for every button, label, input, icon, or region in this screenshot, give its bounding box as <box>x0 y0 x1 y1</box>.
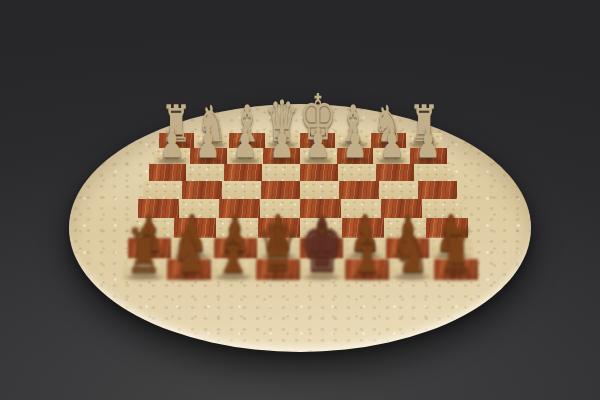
square-r1c5[interactable]: ♟ <box>337 148 374 164</box>
rank-1: ♟♟♟♟♟♟♟♟ <box>154 148 447 164</box>
white-king: ♚ <box>298 89 336 147</box>
square-r4c4[interactable] <box>300 199 341 218</box>
square-r5c0[interactable] <box>133 218 175 238</box>
square-r7c0[interactable]: ♜ <box>122 259 167 280</box>
square-r3c5[interactable] <box>339 181 378 199</box>
square-r4c0[interactable] <box>138 199 179 218</box>
white-knight: ♞ <box>196 101 226 147</box>
square-r1c0[interactable]: ♟ <box>154 148 191 164</box>
board-grid: ♜♞♝♛♚♝♞♜♟♟♟♟♟♟♟♟♟♟♟♟♟♟♟♟♜♞♝♛♚♝♞♜ <box>69 133 531 280</box>
square-r7c6[interactable]: ♞ <box>389 259 434 280</box>
square-r2c3[interactable] <box>262 164 300 181</box>
square-r3c4[interactable] <box>300 181 339 199</box>
rank-4 <box>138 199 462 218</box>
square-r5c1[interactable] <box>174 218 216 238</box>
square-r1c2[interactable]: ♟ <box>227 148 264 164</box>
square-r2c7[interactable] <box>414 164 452 181</box>
square-r4c5[interactable] <box>341 199 382 218</box>
square-r1c4[interactable]: ♟ <box>300 148 337 164</box>
square-r5c3[interactable] <box>258 218 300 238</box>
rank-6: ♟♟♟♟♟♟♟♟ <box>128 238 473 259</box>
square-r3c7[interactable] <box>418 181 457 199</box>
square-r4c1[interactable] <box>179 199 220 218</box>
square-r3c0[interactable] <box>143 181 182 199</box>
rank-3 <box>143 181 457 199</box>
square-r1c6[interactable]: ♟ <box>373 148 410 164</box>
square-r0c6[interactable]: ♞ <box>371 133 406 148</box>
square-r6c3[interactable]: ♟ <box>257 238 300 259</box>
white-bishop: ♝ <box>232 101 262 147</box>
square-r7c2[interactable]: ♝ <box>211 259 256 280</box>
square-r6c0[interactable]: ♟ <box>128 238 171 259</box>
square-r3c1[interactable] <box>182 181 221 199</box>
photo-scene: ♜♞♝♛♚♝♞♜♟♟♟♟♟♟♟♟♟♟♟♟♟♟♟♟♜♞♝♛♚♝♞♜ <box>0 0 600 400</box>
square-r7c7[interactable]: ♜ <box>434 259 479 280</box>
square-r6c7[interactable]: ♟ <box>429 238 472 259</box>
white-bishop: ♝ <box>338 101 368 147</box>
square-r4c2[interactable] <box>219 199 260 218</box>
white-queen: ♛ <box>265 95 300 147</box>
square-r5c7[interactable] <box>426 218 468 238</box>
square-r5c5[interactable] <box>342 218 384 238</box>
square-r0c0[interactable]: ♜ <box>159 133 194 148</box>
square-r7c5[interactable]: ♝ <box>345 259 390 280</box>
square-r0c4[interactable]: ♚ <box>300 133 335 148</box>
square-r3c3[interactable] <box>261 181 300 199</box>
square-r6c4[interactable]: ♟ <box>300 238 343 259</box>
square-r0c1[interactable]: ♞ <box>194 133 229 148</box>
white-rook: ♜ <box>409 101 439 147</box>
square-r6c5[interactable]: ♟ <box>343 238 386 259</box>
square-r0c2[interactable]: ♝ <box>229 133 264 148</box>
square-r3c2[interactable] <box>222 181 261 199</box>
square-r2c4[interactable] <box>300 164 338 181</box>
square-r0c3[interactable]: ♛ <box>265 133 300 148</box>
square-r2c2[interactable] <box>224 164 262 181</box>
square-r7c1[interactable]: ♞ <box>167 259 212 280</box>
square-r6c6[interactable]: ♟ <box>386 238 429 259</box>
square-r2c1[interactable] <box>186 164 224 181</box>
square-r6c2[interactable]: ♟ <box>214 238 257 259</box>
white-knight: ♞ <box>373 101 403 147</box>
square-r4c7[interactable] <box>422 199 463 218</box>
square-r4c3[interactable] <box>260 199 301 218</box>
rank-0: ♜♞♝♛♚♝♞♜ <box>159 133 442 148</box>
square-r2c0[interactable] <box>149 164 187 181</box>
square-r1c3[interactable]: ♟ <box>263 148 300 164</box>
square-r5c4[interactable] <box>300 218 342 238</box>
square-r5c6[interactable] <box>384 218 426 238</box>
square-r2c6[interactable] <box>376 164 414 181</box>
square-r1c1[interactable]: ♟ <box>190 148 227 164</box>
square-r0c5[interactable]: ♝ <box>335 133 370 148</box>
white-rook: ♜ <box>161 101 191 147</box>
square-r3c6[interactable] <box>379 181 418 199</box>
chess-board: ♜♞♝♛♚♝♞♜♟♟♟♟♟♟♟♟♟♟♟♟♟♟♟♟♜♞♝♛♚♝♞♜ <box>69 104 531 352</box>
rank-5 <box>133 218 468 238</box>
square-r5c2[interactable] <box>216 218 258 238</box>
rank-2 <box>149 164 452 181</box>
square-r2c5[interactable] <box>338 164 376 181</box>
square-r1c7[interactable]: ♟ <box>410 148 447 164</box>
rank-7: ♜♞♝♛♚♝♞♜ <box>122 259 478 280</box>
square-r7c4[interactable]: ♚ <box>300 259 345 280</box>
square-r4c6[interactable] <box>381 199 422 218</box>
square-r0c7[interactable]: ♜ <box>406 133 441 148</box>
square-r7c3[interactable]: ♛ <box>256 259 301 280</box>
square-r6c1[interactable]: ♟ <box>171 238 214 259</box>
